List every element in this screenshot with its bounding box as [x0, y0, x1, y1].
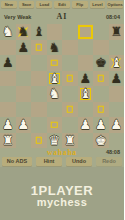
menu-button-new[interactable]: New: [1, 1, 17, 8]
square-e1[interactable]: ♜: [62, 133, 78, 149]
top-menu-bar: NewSaveLoadEditFlipLevelOptions: [1, 1, 123, 8]
square-g4[interactable]: [93, 86, 109, 102]
piece-black-N: ♞: [48, 40, 60, 55]
square-a1[interactable]: ♜: [0, 133, 16, 149]
square-f5[interactable]: ♟: [78, 71, 94, 87]
action-bar: No ADS Hint Undo Redo: [2, 157, 122, 166]
piece-black-K: ♚: [95, 55, 107, 70]
piece-white-R: ♜: [64, 133, 76, 148]
piece-white-P: ♟: [79, 117, 91, 132]
piece-black-B: ♝: [33, 24, 45, 39]
square-h2[interactable]: ♟: [109, 117, 125, 133]
piece-white-P: ♟: [17, 117, 29, 132]
redo-button[interactable]: Redo: [96, 157, 122, 166]
square-g5[interactable]: [93, 71, 109, 87]
square-e3[interactable]: [62, 102, 78, 118]
menu-button-save[interactable]: Save: [19, 1, 35, 8]
square-g6[interactable]: ♚: [93, 55, 109, 71]
square-h4[interactable]: [109, 86, 125, 102]
square-f8[interactable]: [78, 24, 94, 40]
square-b5[interactable]: [16, 71, 32, 87]
piece-white-P: ♟: [95, 117, 107, 132]
piece-black-P: ♟: [17, 40, 29, 55]
square-g1[interactable]: ♚: [93, 133, 109, 149]
square-c6[interactable]: [31, 55, 47, 71]
piece-white-B: ♝: [110, 55, 122, 70]
piece-white-B: ♝: [48, 71, 60, 86]
square-d2[interactable]: [47, 117, 63, 133]
square-c3[interactable]: [31, 102, 47, 118]
square-e6[interactable]: [62, 55, 78, 71]
square-b7[interactable]: ♟: [16, 40, 32, 56]
square-c8[interactable]: ♝: [31, 24, 47, 40]
square-g3[interactable]: [93, 102, 109, 118]
square-d4[interactable]: ♞: [47, 86, 63, 102]
piece-white-Q: ♛: [48, 133, 60, 148]
square-a6[interactable]: ♟: [0, 55, 16, 71]
piece-white-B: ♝: [79, 86, 91, 101]
square-b1[interactable]: [16, 133, 32, 149]
undo-button[interactable]: Undo: [66, 157, 92, 166]
square-b2[interactable]: ♟: [16, 117, 32, 133]
piece-white-K: ♚: [95, 133, 107, 148]
square-c7[interactable]: [31, 40, 47, 56]
square-f3[interactable]: [78, 102, 94, 118]
square-g7[interactable]: [93, 40, 109, 56]
piece-white-P: ♟: [2, 117, 14, 132]
square-a4[interactable]: [0, 86, 16, 102]
square-e4[interactable]: [62, 86, 78, 102]
square-h5[interactable]: ♟: [109, 71, 125, 87]
square-e2[interactable]: [62, 117, 78, 133]
piece-black-P: ♟: [110, 71, 122, 86]
menu-button-level[interactable]: Level: [90, 1, 106, 8]
square-d8[interactable]: [47, 24, 63, 40]
piece-black-R: ♜: [110, 24, 122, 39]
menu-button-edit[interactable]: Edit: [54, 1, 70, 8]
square-c2[interactable]: [31, 117, 47, 133]
square-b8[interactable]: ♞: [16, 24, 32, 40]
square-c4[interactable]: [31, 86, 47, 102]
piece-white-P: ♟: [110, 117, 122, 132]
square-a3[interactable]: [0, 102, 16, 118]
square-d7[interactable]: ♞: [47, 40, 63, 56]
status-bar: Very Weak AI 08:04: [0, 11, 124, 23]
square-a8[interactable]: ♞: [0, 24, 16, 40]
square-a7[interactable]: [0, 40, 16, 56]
square-e5[interactable]: [62, 71, 78, 87]
square-c1[interactable]: [31, 133, 47, 149]
chess-board: ♞♞♝♜♟♞♟♚♝♝♟♟♞♝♟♟♟♟♟♜♛♜♚: [0, 24, 124, 148]
square-h1[interactable]: [109, 133, 125, 149]
piece-black-N: ♞: [17, 24, 29, 39]
square-b6[interactable]: [16, 55, 32, 71]
piece-white-N: ♞: [2, 24, 14, 39]
square-a5[interactable]: [0, 71, 16, 87]
square-g8[interactable]: [93, 24, 109, 40]
player-bar: wahaha 48:08: [0, 148, 124, 157]
square-f6[interactable]: [78, 55, 94, 71]
square-h3[interactable]: [109, 102, 125, 118]
square-e7[interactable]: [62, 40, 78, 56]
brand-subtitle: mychess: [0, 197, 124, 208]
mychess-app: NewSaveLoadEditFlipLevelOptions Very Wea…: [0, 0, 124, 220]
brand-panel: 1PLAYER mychess: [0, 167, 124, 220]
no-ads-button[interactable]: No ADS: [2, 157, 32, 166]
ai-clock: 08:04: [106, 14, 120, 20]
square-b4[interactable]: [16, 86, 32, 102]
square-h7[interactable]: [109, 40, 125, 56]
square-h6[interactable]: ♝: [109, 55, 125, 71]
square-f4[interactable]: ♝: [78, 86, 94, 102]
square-f2[interactable]: ♟: [78, 117, 94, 133]
square-d6[interactable]: [47, 55, 63, 71]
square-h8[interactable]: ♜: [109, 24, 125, 40]
menu-button-flip[interactable]: Flip: [72, 1, 88, 8]
square-d3[interactable]: [47, 102, 63, 118]
square-g2[interactable]: ♟: [93, 117, 109, 133]
piece-black-P: ♟: [2, 55, 14, 70]
square-c5[interactable]: [31, 71, 47, 87]
piece-black-P: ♟: [79, 71, 91, 86]
piece-white-N: ♞: [48, 86, 60, 101]
piece-white-R: ♜: [2, 133, 14, 148]
menu-button-options[interactable]: Options: [107, 1, 123, 8]
player-clock: 48:08: [106, 149, 120, 155]
square-e8[interactable]: [62, 24, 78, 40]
square-a2[interactable]: ♟: [0, 117, 16, 133]
hint-button[interactable]: Hint: [36, 157, 62, 166]
square-f1[interactable]: [78, 133, 94, 149]
square-f7[interactable]: [78, 40, 94, 56]
menu-button-load[interactable]: Load: [36, 1, 52, 8]
square-b3[interactable]: [16, 102, 32, 118]
square-d5[interactable]: ♝: [47, 71, 63, 87]
square-d1[interactable]: ♛: [47, 133, 63, 149]
